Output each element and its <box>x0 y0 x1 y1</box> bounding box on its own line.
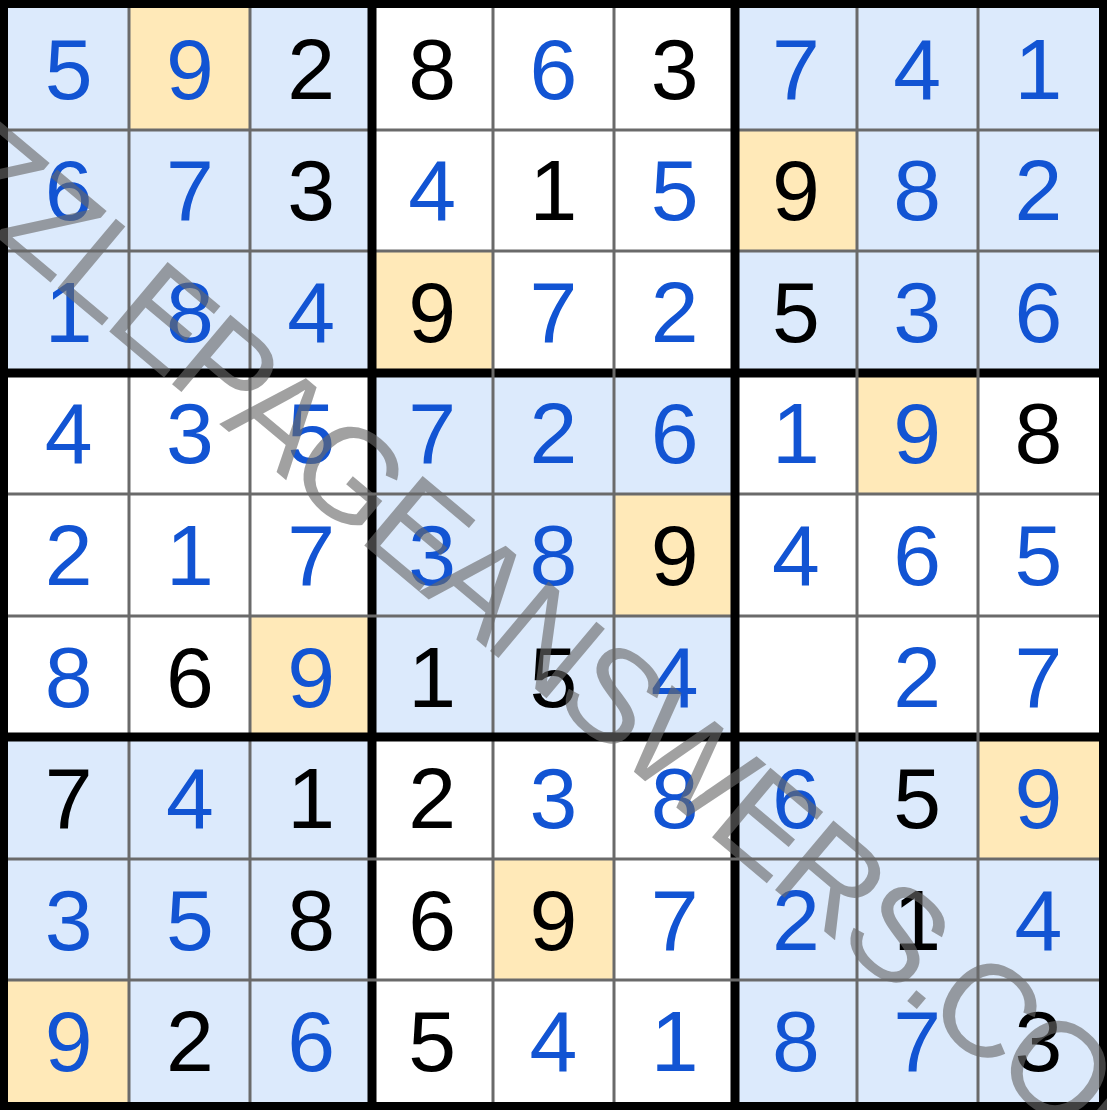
cell-r5c8[interactable]: 6 <box>857 494 978 616</box>
solved-digit: 6 <box>772 755 820 841</box>
cell-r7c7[interactable]: 6 <box>735 737 856 859</box>
solved-digit: 1 <box>651 998 699 1084</box>
solved-digit: 6 <box>1014 269 1062 355</box>
solved-digit: 4 <box>287 269 335 355</box>
solved-digit: 7 <box>893 998 941 1084</box>
cell-r8c8[interactable]: 1 <box>857 859 978 981</box>
given-digit: 2 <box>166 998 214 1084</box>
solved-digit: 4 <box>45 390 93 476</box>
cell-r2c3[interactable]: 3 <box>250 130 371 252</box>
cell-r8c7[interactable]: 2 <box>735 859 856 981</box>
cell-r5c2[interactable]: 1 <box>129 494 250 616</box>
cell-r7c3[interactable]: 1 <box>250 737 371 859</box>
solved-digit: 4 <box>1014 877 1062 963</box>
solved-digit: 1 <box>45 269 93 355</box>
given-digit: 6 <box>166 634 214 720</box>
solved-digit: 9 <box>166 26 214 112</box>
solved-digit: 5 <box>166 877 214 963</box>
solved-digit: 8 <box>772 998 820 1084</box>
solved-digit: 9 <box>287 634 335 720</box>
sudoku-grid: 5928637416734159821849725364357261982173… <box>8 8 1099 1102</box>
solved-digit: 8 <box>893 147 941 233</box>
cell-r9c7[interactable]: 8 <box>735 980 856 1102</box>
cell-r4c5[interactable]: 2 <box>493 373 614 495</box>
solved-digit: 5 <box>287 390 335 476</box>
cell-r8c2[interactable]: 5 <box>129 859 250 981</box>
cell-r8c1[interactable]: 3 <box>8 859 129 981</box>
cell-r1c9[interactable]: 1 <box>978 8 1099 130</box>
cell-r7c8[interactable]: 5 <box>857 737 978 859</box>
cell-r4c9[interactable]: 8 <box>978 373 1099 495</box>
cell-r9c5[interactable]: 4 <box>493 980 614 1102</box>
given-digit: 9 <box>408 269 456 355</box>
given-digit: 5 <box>530 634 578 720</box>
given-digit: 1 <box>287 755 335 841</box>
cell-r7c9[interactable]: 9 <box>978 737 1099 859</box>
cell-r1c8[interactable]: 4 <box>857 8 978 130</box>
given-digit: 9 <box>530 877 578 963</box>
cell-r2c6[interactable]: 5 <box>614 130 735 252</box>
solved-digit: 7 <box>166 147 214 233</box>
cell-r8c6[interactable]: 7 <box>614 859 735 981</box>
cell-r1c2[interactable]: 9 <box>129 8 250 130</box>
cell-r3c8[interactable]: 3 <box>857 251 978 373</box>
given-digit: 2 <box>408 755 456 841</box>
solved-digit: 8 <box>651 755 699 841</box>
cell-r8c4[interactable]: 6 <box>372 859 493 981</box>
cell-r9c2[interactable]: 2 <box>129 980 250 1102</box>
given-digit: 8 <box>408 26 456 112</box>
cell-r9c1[interactable]: 9 <box>8 980 129 1102</box>
cell-r1c6[interactable]: 3 <box>614 8 735 130</box>
cell-r5c1[interactable]: 2 <box>8 494 129 616</box>
cell-r2c1[interactable]: 6 <box>8 130 129 252</box>
cell-r3c9[interactable]: 6 <box>978 251 1099 373</box>
cell-r6c8[interactable]: 2 <box>857 616 978 738</box>
solved-digit: 4 <box>408 147 456 233</box>
cell-r2c9[interactable]: 2 <box>978 130 1099 252</box>
given-digit: 9 <box>651 512 699 598</box>
given-digit: 1 <box>530 147 578 233</box>
cell-r6c6[interactable]: 4 <box>614 616 735 738</box>
given-digit: 9 <box>772 147 820 233</box>
cell-r5c6[interactable]: 9 <box>614 494 735 616</box>
solved-digit: 6 <box>45 147 93 233</box>
given-digit: 3 <box>1014 998 1062 1084</box>
cell-r5c3[interactable]: 7 <box>250 494 371 616</box>
cell-r4c8[interactable]: 9 <box>857 373 978 495</box>
solved-digit: 3 <box>166 390 214 476</box>
cell-r3c6[interactable]: 2 <box>614 251 735 373</box>
solved-digit: 2 <box>772 877 820 963</box>
cell-r7c2[interactable]: 4 <box>129 737 250 859</box>
cell-r6c1[interactable]: 8 <box>8 616 129 738</box>
cell-r6c2[interactable]: 6 <box>129 616 250 738</box>
cell-r3c1[interactable]: 1 <box>8 251 129 373</box>
given-digit: 5 <box>772 269 820 355</box>
cell-r4c7[interactable]: 1 <box>735 373 856 495</box>
cell-r6c9[interactable]: 7 <box>978 616 1099 738</box>
cell-r4c1[interactable]: 4 <box>8 373 129 495</box>
solved-digit: 6 <box>893 512 941 598</box>
solved-digit: 1 <box>166 512 214 598</box>
solved-digit: 4 <box>530 998 578 1084</box>
solved-digit: 9 <box>1014 755 1062 841</box>
cell-r5c7[interactable]: 4 <box>735 494 856 616</box>
solved-digit: 8 <box>166 269 214 355</box>
cell-r2c5[interactable]: 1 <box>493 130 614 252</box>
cell-r1c4[interactable]: 8 <box>372 8 493 130</box>
cell-r3c7[interactable]: 5 <box>735 251 856 373</box>
solved-digit: 4 <box>166 755 214 841</box>
solved-digit: 4 <box>651 634 699 720</box>
solved-digit: 9 <box>893 390 941 476</box>
given-digit: 8 <box>1014 390 1062 476</box>
solved-digit: 8 <box>530 512 578 598</box>
cell-r4c6[interactable]: 6 <box>614 373 735 495</box>
solved-digit: 6 <box>530 26 578 112</box>
given-digit: 3 <box>651 26 699 112</box>
solved-digit: 2 <box>893 634 941 720</box>
cell-r3c4[interactable]: 9 <box>372 251 493 373</box>
cell-r9c9[interactable]: 3 <box>978 980 1099 1102</box>
solved-digit: 8 <box>45 634 93 720</box>
solved-digit: 6 <box>651 390 699 476</box>
solved-digit: 5 <box>651 147 699 233</box>
solved-digit: 9 <box>45 998 93 1084</box>
given-digit: 8 <box>287 877 335 963</box>
solved-digit: 7 <box>1014 634 1062 720</box>
solved-digit: 2 <box>530 390 578 476</box>
cell-r8c9[interactable]: 4 <box>978 859 1099 981</box>
solved-digit: 3 <box>530 755 578 841</box>
cell-r9c4[interactable]: 5 <box>372 980 493 1102</box>
solved-digit: 3 <box>893 269 941 355</box>
cell-r6c5[interactable]: 5 <box>493 616 614 738</box>
cell-r3c5[interactable]: 7 <box>493 251 614 373</box>
cell-r2c7[interactable]: 9 <box>735 130 856 252</box>
cell-r3c2[interactable]: 8 <box>129 251 250 373</box>
cell-r2c4[interactable]: 4 <box>372 130 493 252</box>
cell-r6c7[interactable] <box>735 616 856 738</box>
solved-digit: 5 <box>1014 512 1062 598</box>
given-digit: 7 <box>45 755 93 841</box>
cell-r9c6[interactable]: 1 <box>614 980 735 1102</box>
solved-digit: 3 <box>408 512 456 598</box>
cell-r6c3[interactable]: 9 <box>250 616 371 738</box>
cell-r2c8[interactable]: 8 <box>857 130 978 252</box>
cell-r1c3[interactable]: 2 <box>250 8 371 130</box>
cell-r7c6[interactable]: 8 <box>614 737 735 859</box>
cell-r7c4[interactable]: 2 <box>372 737 493 859</box>
given-digit: 1 <box>408 634 456 720</box>
solved-digit: 1 <box>1014 26 1062 112</box>
solved-digit: 7 <box>772 26 820 112</box>
cell-r5c9[interactable]: 5 <box>978 494 1099 616</box>
solved-digit: 7 <box>408 390 456 476</box>
given-digit: 3 <box>287 147 335 233</box>
solved-digit: 1 <box>772 390 820 476</box>
cell-r7c5[interactable]: 3 <box>493 737 614 859</box>
cell-r9c3[interactable]: 6 <box>250 980 371 1102</box>
cell-r4c2[interactable]: 3 <box>129 373 250 495</box>
given-digit: 6 <box>408 877 456 963</box>
cell-r1c5[interactable]: 6 <box>493 8 614 130</box>
given-digit: 1 <box>893 877 941 963</box>
solved-digit: 7 <box>287 512 335 598</box>
given-digit: 2 <box>287 26 335 112</box>
given-digit: 5 <box>408 998 456 1084</box>
solved-digit: 4 <box>893 26 941 112</box>
solved-digit: 5 <box>45 26 93 112</box>
solved-digit: 3 <box>45 877 93 963</box>
solved-digit: 7 <box>651 877 699 963</box>
cell-r7c1[interactable]: 7 <box>8 737 129 859</box>
solved-digit: 2 <box>1014 147 1062 233</box>
sudoku-board: 5928637416734159821849725364357261982173… <box>0 0 1107 1110</box>
cell-r1c7[interactable]: 7 <box>735 8 856 130</box>
cell-r1c1[interactable]: 5 <box>8 8 129 130</box>
solved-digit: 2 <box>651 269 699 355</box>
solved-digit: 2 <box>45 512 93 598</box>
cell-r9c8[interactable]: 7 <box>857 980 978 1102</box>
cell-r6c4[interactable]: 1 <box>372 616 493 738</box>
solved-digit: 7 <box>530 269 578 355</box>
cell-r4c4[interactable]: 7 <box>372 373 493 495</box>
solved-digit: 4 <box>772 512 820 598</box>
cell-r5c4[interactable]: 3 <box>372 494 493 616</box>
solved-digit: 6 <box>287 998 335 1084</box>
cell-r5c5[interactable]: 8 <box>493 494 614 616</box>
cell-r8c5[interactable]: 9 <box>493 859 614 981</box>
cell-r8c3[interactable]: 8 <box>250 859 371 981</box>
given-digit: 5 <box>893 755 941 841</box>
cell-r4c3[interactable]: 5 <box>250 373 371 495</box>
cell-r2c2[interactable]: 7 <box>129 130 250 252</box>
cell-r3c3[interactable]: 4 <box>250 251 371 373</box>
